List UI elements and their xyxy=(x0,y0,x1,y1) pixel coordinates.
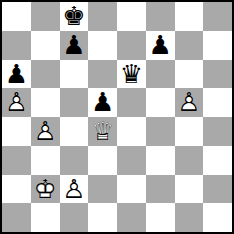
black-pawn-c7: ♟ xyxy=(60,31,89,60)
square-e4[interactable] xyxy=(117,117,146,146)
square-f7[interactable]: ♟ xyxy=(146,31,175,60)
square-g3[interactable] xyxy=(175,146,204,175)
square-b7[interactable] xyxy=(31,31,60,60)
square-e2[interactable] xyxy=(117,175,146,204)
square-b2[interactable]: ♚♔ xyxy=(31,175,60,204)
white-pawn-b4: ♟♙ xyxy=(31,117,60,146)
square-a7[interactable] xyxy=(2,31,31,60)
square-g8[interactable] xyxy=(175,2,204,31)
chess-board: ♚♟♟♟♛♟♙♟♟♙♟♙♛♕♚♔♟♙ xyxy=(0,0,234,234)
square-a1[interactable] xyxy=(2,203,31,232)
square-e1[interactable] xyxy=(117,203,146,232)
square-c2[interactable]: ♟♙ xyxy=(60,175,89,204)
white-pawn-c2: ♟♙ xyxy=(60,175,89,204)
white-queen-d4: ♛♕ xyxy=(88,117,117,146)
square-e7[interactable] xyxy=(117,31,146,60)
square-e6[interactable]: ♛ xyxy=(117,60,146,89)
square-h6[interactable] xyxy=(203,60,232,89)
black-pawn-d5: ♟ xyxy=(88,88,117,117)
square-a6[interactable]: ♟ xyxy=(2,60,31,89)
square-f1[interactable] xyxy=(146,203,175,232)
square-b4[interactable]: ♟♙ xyxy=(31,117,60,146)
square-f2[interactable] xyxy=(146,175,175,204)
black-queen-e6: ♛ xyxy=(117,60,146,89)
square-d2[interactable] xyxy=(88,175,117,204)
piece-outline-glyph: ♙ xyxy=(31,117,60,146)
piece-outline-glyph: ♔ xyxy=(31,175,60,204)
square-f8[interactable] xyxy=(146,2,175,31)
square-a3[interactable] xyxy=(2,146,31,175)
white-pawn-g5: ♟♙ xyxy=(175,88,204,117)
white-pawn-a5: ♟♙ xyxy=(2,88,31,117)
square-h5[interactable] xyxy=(203,88,232,117)
square-h8[interactable] xyxy=(203,2,232,31)
square-f3[interactable] xyxy=(146,146,175,175)
square-f5[interactable] xyxy=(146,88,175,117)
square-c7[interactable]: ♟ xyxy=(60,31,89,60)
square-g2[interactable] xyxy=(175,175,204,204)
square-a5[interactable]: ♟♙ xyxy=(2,88,31,117)
square-e8[interactable] xyxy=(117,2,146,31)
black-pawn-f7: ♟ xyxy=(146,31,175,60)
square-b1[interactable] xyxy=(31,203,60,232)
square-c1[interactable] xyxy=(60,203,89,232)
square-f4[interactable] xyxy=(146,117,175,146)
square-h7[interactable] xyxy=(203,31,232,60)
square-a4[interactable] xyxy=(2,117,31,146)
square-b3[interactable] xyxy=(31,146,60,175)
square-g6[interactable] xyxy=(175,60,204,89)
square-h2[interactable] xyxy=(203,175,232,204)
piece-outline-glyph: ♙ xyxy=(2,88,31,117)
square-d8[interactable] xyxy=(88,2,117,31)
square-h4[interactable] xyxy=(203,117,232,146)
black-pawn-a6: ♟ xyxy=(2,60,31,89)
square-c5[interactable] xyxy=(60,88,89,117)
square-b8[interactable] xyxy=(31,2,60,31)
square-g1[interactable] xyxy=(175,203,204,232)
square-c6[interactable] xyxy=(60,60,89,89)
square-d6[interactable] xyxy=(88,60,117,89)
square-d3[interactable] xyxy=(88,146,117,175)
square-g7[interactable] xyxy=(175,31,204,60)
square-b5[interactable] xyxy=(31,88,60,117)
square-d4[interactable]: ♛♕ xyxy=(88,117,117,146)
square-c4[interactable] xyxy=(60,117,89,146)
square-d7[interactable] xyxy=(88,31,117,60)
black-king-c8: ♚ xyxy=(60,2,89,31)
square-d1[interactable] xyxy=(88,203,117,232)
square-c3[interactable] xyxy=(60,146,89,175)
square-h1[interactable] xyxy=(203,203,232,232)
square-b6[interactable] xyxy=(31,60,60,89)
square-c8[interactable]: ♚ xyxy=(60,2,89,31)
piece-outline-glyph: ♕ xyxy=(88,117,117,146)
square-g4[interactable] xyxy=(175,117,204,146)
square-a8[interactable] xyxy=(2,2,31,31)
piece-outline-glyph: ♙ xyxy=(175,88,204,117)
white-king-b2: ♚♔ xyxy=(31,175,60,204)
square-a2[interactable] xyxy=(2,175,31,204)
square-f6[interactable] xyxy=(146,60,175,89)
piece-outline-glyph: ♙ xyxy=(60,175,89,204)
square-h3[interactable] xyxy=(203,146,232,175)
square-d5[interactable]: ♟ xyxy=(88,88,117,117)
square-e5[interactable] xyxy=(117,88,146,117)
square-g5[interactable]: ♟♙ xyxy=(175,88,204,117)
square-e3[interactable] xyxy=(117,146,146,175)
